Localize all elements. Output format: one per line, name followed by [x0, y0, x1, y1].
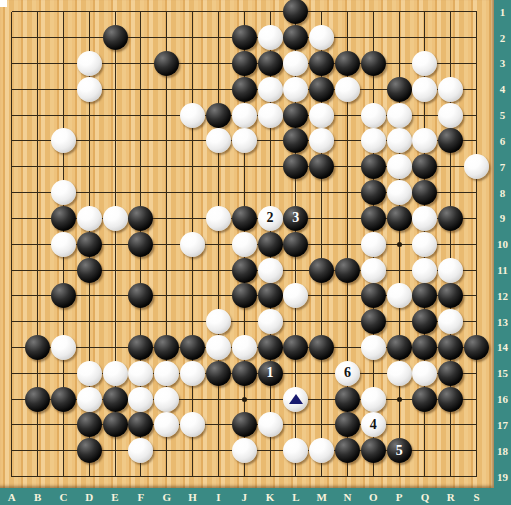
board-cell[interactable]: [205, 309, 231, 335]
board-cell[interactable]: [205, 283, 231, 309]
board-cell[interactable]: [335, 128, 361, 154]
board-cell[interactable]: [335, 154, 361, 180]
board-cell[interactable]: [412, 205, 438, 231]
board-cell[interactable]: [438, 438, 464, 464]
board-cell[interactable]: [412, 231, 438, 257]
board-cell[interactable]: [438, 464, 464, 490]
board-cell[interactable]: [309, 102, 335, 128]
board-cell[interactable]: [0, 464, 25, 490]
board-cell[interactable]: [102, 50, 128, 76]
board-cell[interactable]: [76, 76, 102, 102]
board-cell[interactable]: [412, 0, 438, 25]
board-cell[interactable]: [283, 412, 309, 438]
board-cell[interactable]: [205, 205, 231, 231]
board-cell[interactable]: [335, 76, 361, 102]
board-cell[interactable]: [50, 25, 76, 51]
board-cell[interactable]: [180, 335, 206, 361]
board-cell[interactable]: [412, 386, 438, 412]
board-cell[interactable]: [76, 309, 102, 335]
board-cell[interactable]: [283, 309, 309, 335]
board-cell[interactable]: [464, 257, 490, 283]
board-cell[interactable]: [257, 50, 283, 76]
board-cell[interactable]: [76, 50, 102, 76]
board-cell[interactable]: [154, 412, 180, 438]
board-cell[interactable]: [257, 76, 283, 102]
board-cell[interactable]: [50, 231, 76, 257]
board-cell[interactable]: [50, 50, 76, 76]
board-cell[interactable]: [309, 464, 335, 490]
board-cell[interactable]: [335, 309, 361, 335]
board-cell[interactable]: [76, 464, 102, 490]
board-cell[interactable]: [231, 50, 257, 76]
board-cell[interactable]: [335, 180, 361, 206]
board-cell[interactable]: [128, 50, 154, 76]
board-cell[interactable]: [102, 257, 128, 283]
board-cell[interactable]: [50, 309, 76, 335]
board-cell[interactable]: [283, 438, 309, 464]
board-cell[interactable]: [386, 335, 412, 361]
board-cell[interactable]: [309, 335, 335, 361]
board-cell[interactable]: [76, 438, 102, 464]
board-cell[interactable]: [386, 231, 412, 257]
board-cell[interactable]: [257, 309, 283, 335]
board-cell[interactable]: [257, 283, 283, 309]
board-cell[interactable]: [412, 283, 438, 309]
board-cell[interactable]: [386, 464, 412, 490]
board-cell[interactable]: [0, 386, 25, 412]
board-cell[interactable]: [464, 0, 490, 25]
board-cell[interactable]: [283, 257, 309, 283]
board-cell[interactable]: [464, 283, 490, 309]
board-cell[interactable]: [464, 102, 490, 128]
board-cell[interactable]: [257, 231, 283, 257]
board-cell[interactable]: [438, 154, 464, 180]
board-cell[interactable]: [386, 154, 412, 180]
board-cell[interactable]: [309, 180, 335, 206]
board-cell[interactable]: [412, 154, 438, 180]
board-cell[interactable]: [180, 205, 206, 231]
board-cell[interactable]: [309, 257, 335, 283]
board-cell[interactable]: [102, 283, 128, 309]
board-cell[interactable]: [180, 257, 206, 283]
board-cell[interactable]: [283, 180, 309, 206]
board-cell[interactable]: [360, 128, 386, 154]
board-cell[interactable]: [205, 25, 231, 51]
board-cell[interactable]: [154, 335, 180, 361]
board-cell[interactable]: [335, 283, 361, 309]
board-cell[interactable]: [180, 154, 206, 180]
board-cell[interactable]: [128, 76, 154, 102]
board-cell[interactable]: [50, 205, 76, 231]
board-cell[interactable]: [438, 0, 464, 25]
board-cell[interactable]: [50, 438, 76, 464]
board-cell[interactable]: [335, 412, 361, 438]
board-cell[interactable]: [335, 205, 361, 231]
board-cell[interactable]: [309, 231, 335, 257]
board-cell[interactable]: 5: [386, 438, 412, 464]
board-cell[interactable]: [438, 76, 464, 102]
board-cell[interactable]: [0, 50, 25, 76]
board-cell[interactable]: [386, 205, 412, 231]
board-cell[interactable]: [464, 76, 490, 102]
board-cell[interactable]: [283, 231, 309, 257]
board-cell[interactable]: [257, 438, 283, 464]
board-cell[interactable]: [335, 386, 361, 412]
board-cell[interactable]: [205, 386, 231, 412]
board-cell[interactable]: [102, 412, 128, 438]
board-cell[interactable]: [231, 102, 257, 128]
board-cell[interactable]: [464, 438, 490, 464]
board-cell[interactable]: [412, 309, 438, 335]
board-cell[interactable]: [360, 102, 386, 128]
board-cell[interactable]: [231, 25, 257, 51]
board-cell[interactable]: [438, 309, 464, 335]
board-cell[interactable]: [205, 438, 231, 464]
board-cell[interactable]: [283, 154, 309, 180]
board-cell[interactable]: [464, 360, 490, 386]
board-cell[interactable]: [76, 257, 102, 283]
board-cell[interactable]: [464, 386, 490, 412]
board-cell[interactable]: [0, 205, 25, 231]
board-cell[interactable]: [438, 360, 464, 386]
board-cell[interactable]: [0, 335, 25, 361]
board-cell[interactable]: [335, 257, 361, 283]
board-cell[interactable]: [360, 180, 386, 206]
board-cell[interactable]: [76, 25, 102, 51]
board-cell[interactable]: [180, 128, 206, 154]
board-cell[interactable]: [412, 257, 438, 283]
board-cell[interactable]: [205, 464, 231, 490]
board-cell[interactable]: [386, 309, 412, 335]
board-cell[interactable]: [76, 0, 102, 25]
board-cell[interactable]: 6: [335, 360, 361, 386]
board-cell[interactable]: [50, 0, 76, 25]
board-cell[interactable]: [128, 438, 154, 464]
board-cell[interactable]: [231, 128, 257, 154]
board-cell[interactable]: [25, 360, 51, 386]
board-cell[interactable]: [386, 0, 412, 25]
board-cell[interactable]: [309, 128, 335, 154]
board-grid[interactable]: 231645: [0, 0, 490, 490]
board-cell[interactable]: [154, 154, 180, 180]
board-cell[interactable]: [0, 412, 25, 438]
board-cell[interactable]: [386, 128, 412, 154]
board-cell[interactable]: [102, 102, 128, 128]
board-cell[interactable]: [25, 180, 51, 206]
board-cell[interactable]: [128, 283, 154, 309]
board-cell[interactable]: [257, 180, 283, 206]
board-cell[interactable]: [50, 283, 76, 309]
board-cell[interactable]: [205, 180, 231, 206]
board-cell[interactable]: [154, 180, 180, 206]
board-cell[interactable]: [76, 154, 102, 180]
board-cell[interactable]: [76, 180, 102, 206]
board-cell[interactable]: [257, 257, 283, 283]
board-cell[interactable]: [231, 360, 257, 386]
board-cell[interactable]: [128, 257, 154, 283]
board-cell[interactable]: [438, 386, 464, 412]
board-cell[interactable]: [412, 464, 438, 490]
board-cell[interactable]: [205, 102, 231, 128]
board-cell[interactable]: [231, 464, 257, 490]
board-cell[interactable]: [309, 76, 335, 102]
board-cell[interactable]: [25, 102, 51, 128]
board-cell[interactable]: [102, 154, 128, 180]
board-cell[interactable]: [76, 360, 102, 386]
board-cell[interactable]: [50, 386, 76, 412]
board-cell[interactable]: [180, 0, 206, 25]
board-cell[interactable]: [25, 309, 51, 335]
board-cell[interactable]: [128, 309, 154, 335]
board-cell[interactable]: [76, 283, 102, 309]
board-cell[interactable]: [360, 360, 386, 386]
board-cell[interactable]: [464, 335, 490, 361]
board-cell[interactable]: [128, 386, 154, 412]
board-cell[interactable]: [231, 309, 257, 335]
board-cell[interactable]: [0, 438, 25, 464]
board-cell[interactable]: [180, 180, 206, 206]
board-cell[interactable]: [412, 25, 438, 51]
board-cell[interactable]: [128, 231, 154, 257]
board-cell[interactable]: [0, 154, 25, 180]
board-cell[interactable]: [25, 0, 51, 25]
board-cell[interactable]: [25, 283, 51, 309]
board-cell[interactable]: [335, 231, 361, 257]
board-cell[interactable]: [464, 50, 490, 76]
board-cell[interactable]: [128, 412, 154, 438]
board-cell[interactable]: [50, 76, 76, 102]
board-cell[interactable]: [25, 257, 51, 283]
board-cell[interactable]: [102, 76, 128, 102]
board-cell[interactable]: [412, 180, 438, 206]
board-cell[interactable]: [464, 231, 490, 257]
board-cell[interactable]: [0, 360, 25, 386]
board-cell[interactable]: [257, 0, 283, 25]
board-cell[interactable]: [438, 205, 464, 231]
board-cell[interactable]: [231, 283, 257, 309]
board-cell[interactable]: [464, 25, 490, 51]
board-cell[interactable]: [360, 464, 386, 490]
board-cell[interactable]: [386, 257, 412, 283]
board-cell[interactable]: [102, 205, 128, 231]
board-cell[interactable]: [128, 335, 154, 361]
board-cell[interactable]: [309, 283, 335, 309]
board-cell[interactable]: [309, 386, 335, 412]
board-cell[interactable]: [25, 438, 51, 464]
board-cell[interactable]: [360, 205, 386, 231]
board-cell[interactable]: [76, 335, 102, 361]
board-cell[interactable]: [438, 335, 464, 361]
board-cell[interactable]: [180, 386, 206, 412]
board-cell[interactable]: [438, 412, 464, 438]
board-cell[interactable]: [205, 50, 231, 76]
board-cell[interactable]: [309, 438, 335, 464]
board-cell[interactable]: [180, 438, 206, 464]
board-cell[interactable]: [25, 205, 51, 231]
board-cell[interactable]: [309, 205, 335, 231]
board-cell[interactable]: [360, 50, 386, 76]
board-cell[interactable]: [360, 335, 386, 361]
board-cell[interactable]: [0, 76, 25, 102]
board-cell[interactable]: [257, 154, 283, 180]
board-cell[interactable]: [412, 360, 438, 386]
board-cell[interactable]: [386, 412, 412, 438]
board-cell[interactable]: [50, 180, 76, 206]
board-cell[interactable]: [386, 283, 412, 309]
board-cell[interactable]: [180, 283, 206, 309]
board-cell[interactable]: [231, 154, 257, 180]
board-cell[interactable]: [205, 154, 231, 180]
board-cell[interactable]: 2: [257, 205, 283, 231]
board-cell[interactable]: [438, 283, 464, 309]
board-cell[interactable]: [205, 257, 231, 283]
board-cell[interactable]: [128, 128, 154, 154]
go-board[interactable]: 231645 ABCDEFGHIJKLMNOPQRS 1234567891011…: [0, 0, 494, 488]
board-cell[interactable]: [128, 0, 154, 25]
board-cell[interactable]: [360, 0, 386, 25]
board-cell[interactable]: [438, 50, 464, 76]
board-cell[interactable]: [257, 386, 283, 412]
board-cell[interactable]: [335, 102, 361, 128]
board-cell[interactable]: [180, 412, 206, 438]
board-cell[interactable]: [464, 309, 490, 335]
board-cell[interactable]: [360, 154, 386, 180]
board-cell[interactable]: [257, 464, 283, 490]
board-cell[interactable]: [25, 231, 51, 257]
board-cell[interactable]: 3: [283, 205, 309, 231]
board-cell[interactable]: [205, 128, 231, 154]
board-cell[interactable]: [180, 50, 206, 76]
board-cell[interactable]: [154, 0, 180, 25]
board-cell[interactable]: [128, 360, 154, 386]
board-cell[interactable]: [257, 412, 283, 438]
board-cell[interactable]: [180, 76, 206, 102]
board-cell[interactable]: [180, 231, 206, 257]
board-cell[interactable]: [231, 180, 257, 206]
board-cell[interactable]: [309, 0, 335, 25]
board-cell[interactable]: [102, 0, 128, 25]
board-cell[interactable]: [154, 283, 180, 309]
board-cell[interactable]: [386, 180, 412, 206]
board-cell[interactable]: [309, 154, 335, 180]
board-cell[interactable]: [128, 102, 154, 128]
board-cell[interactable]: [231, 231, 257, 257]
board-cell[interactable]: [412, 76, 438, 102]
board-cell[interactable]: [50, 360, 76, 386]
board-cell[interactable]: [0, 180, 25, 206]
board-cell[interactable]: [76, 128, 102, 154]
board-cell[interactable]: [438, 180, 464, 206]
board-cell[interactable]: [412, 102, 438, 128]
board-cell[interactable]: [25, 335, 51, 361]
board-cell[interactable]: 1: [257, 360, 283, 386]
board-cell[interactable]: [50, 464, 76, 490]
board-cell[interactable]: [464, 180, 490, 206]
board-cell[interactable]: [386, 386, 412, 412]
board-cell[interactable]: [0, 128, 25, 154]
board-cell[interactable]: [335, 335, 361, 361]
board-cell[interactable]: [180, 25, 206, 51]
board-cell[interactable]: [154, 50, 180, 76]
board-cell[interactable]: [412, 412, 438, 438]
board-cell[interactable]: [309, 360, 335, 386]
board-cell[interactable]: [205, 412, 231, 438]
board-cell[interactable]: [102, 231, 128, 257]
board-cell[interactable]: [283, 102, 309, 128]
board-cell[interactable]: [0, 231, 25, 257]
board-cell[interactable]: [102, 360, 128, 386]
board-cell[interactable]: [205, 335, 231, 361]
board-cell[interactable]: [25, 412, 51, 438]
board-cell[interactable]: [102, 335, 128, 361]
board-cell[interactable]: [205, 231, 231, 257]
board-cell[interactable]: [50, 154, 76, 180]
board-cell[interactable]: [0, 283, 25, 309]
board-cell[interactable]: [0, 309, 25, 335]
board-cell[interactable]: [154, 309, 180, 335]
board-cell[interactable]: [154, 438, 180, 464]
board-cell[interactable]: [154, 205, 180, 231]
board-cell[interactable]: [0, 25, 25, 51]
board-cell[interactable]: [283, 25, 309, 51]
board-cell[interactable]: [0, 257, 25, 283]
board-cell[interactable]: [386, 360, 412, 386]
board-cell[interactable]: [154, 76, 180, 102]
board-cell[interactable]: [50, 335, 76, 361]
board-cell[interactable]: [180, 464, 206, 490]
board-cell[interactable]: [283, 128, 309, 154]
board-cell[interactable]: [257, 25, 283, 51]
board-cell[interactable]: [180, 360, 206, 386]
board-cell[interactable]: [76, 412, 102, 438]
board-cell[interactable]: [231, 257, 257, 283]
board-cell[interactable]: [128, 154, 154, 180]
board-cell[interactable]: [283, 0, 309, 25]
board-cell[interactable]: [231, 76, 257, 102]
board-cell[interactable]: [25, 50, 51, 76]
board-cell[interactable]: [231, 0, 257, 25]
board-cell[interactable]: [102, 180, 128, 206]
board-cell[interactable]: [360, 283, 386, 309]
board-cell[interactable]: [360, 25, 386, 51]
board-cell[interactable]: [360, 386, 386, 412]
board-cell[interactable]: [412, 128, 438, 154]
board-cell[interactable]: [154, 25, 180, 51]
board-cell[interactable]: [309, 309, 335, 335]
board-cell[interactable]: [128, 205, 154, 231]
board-cell[interactable]: [438, 128, 464, 154]
board-cell[interactable]: [360, 438, 386, 464]
board-cell[interactable]: [231, 335, 257, 361]
board-cell[interactable]: [154, 231, 180, 257]
board-cell[interactable]: [257, 335, 283, 361]
board-cell[interactable]: [25, 154, 51, 180]
board-cell[interactable]: [360, 309, 386, 335]
board-cell[interactable]: [231, 205, 257, 231]
board-cell[interactable]: [154, 360, 180, 386]
board-cell[interactable]: [335, 438, 361, 464]
board-cell[interactable]: [76, 205, 102, 231]
board-cell[interactable]: [464, 128, 490, 154]
board-cell[interactable]: [231, 386, 257, 412]
board-cell[interactable]: [283, 360, 309, 386]
board-cell[interactable]: [438, 102, 464, 128]
board-cell[interactable]: [386, 50, 412, 76]
board-cell[interactable]: [102, 438, 128, 464]
board-cell[interactable]: [154, 464, 180, 490]
board-cell[interactable]: [50, 128, 76, 154]
board-cell[interactable]: [309, 412, 335, 438]
